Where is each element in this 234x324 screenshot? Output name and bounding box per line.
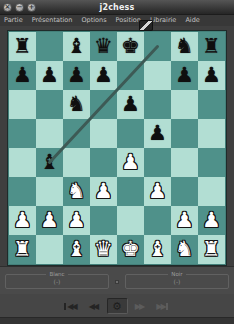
square-e3[interactable] xyxy=(117,177,144,206)
menu-bar: PartiePrésentationOptionsPositionLibrair… xyxy=(0,15,234,26)
square-f5[interactable]: ♟ xyxy=(144,119,171,148)
square-e1[interactable]: ♚ xyxy=(117,235,144,264)
black-pawn: ♟ xyxy=(175,61,194,90)
square-c2[interactable]: ♟ xyxy=(63,206,90,235)
square-f3[interactable]: ♟ xyxy=(144,177,171,206)
square-g8[interactable]: ♞ xyxy=(171,32,198,61)
black-bishop: ♝ xyxy=(40,148,59,177)
black-knight: ♞ xyxy=(67,90,86,119)
square-h8[interactable]: ♜ xyxy=(198,32,225,61)
white-queen: ♛ xyxy=(94,235,113,264)
square-f4[interactable] xyxy=(144,148,171,177)
square-g6[interactable] xyxy=(171,90,198,119)
square-b6[interactable] xyxy=(36,90,63,119)
white-pawn: ♟ xyxy=(13,206,32,235)
menu-position[interactable]: Position xyxy=(116,15,141,26)
white-knight: ♞ xyxy=(67,177,86,206)
square-b7[interactable]: ♟ xyxy=(36,61,63,90)
square-f6[interactable] xyxy=(144,90,171,119)
square-h4[interactable] xyxy=(198,148,225,177)
square-b3[interactable] xyxy=(36,177,63,206)
square-g2[interactable]: ♟ xyxy=(171,206,198,235)
square-e7[interactable] xyxy=(117,61,144,90)
rewind-icon: ◀◀ xyxy=(89,302,97,311)
white-bishop: ♝ xyxy=(67,235,86,264)
panel-separator-dot xyxy=(115,280,119,284)
square-e2[interactable] xyxy=(117,206,144,235)
square-e6[interactable]: ♟ xyxy=(117,90,144,119)
square-e5[interactable] xyxy=(117,119,144,148)
black-pawn: ♟ xyxy=(13,61,32,90)
square-c8[interactable]: ♝ xyxy=(63,32,90,61)
menu-options[interactable]: Options xyxy=(81,15,106,26)
square-h1[interactable]: ♜ xyxy=(198,235,225,264)
black-pawn: ♟ xyxy=(148,119,167,148)
square-d1[interactable]: ♛ xyxy=(90,235,117,264)
white-pawn: ♟ xyxy=(94,177,113,206)
black-rook: ♜ xyxy=(13,32,32,61)
white-rook: ♜ xyxy=(13,235,32,264)
square-a2[interactable]: ♟ xyxy=(9,206,36,235)
square-g5[interactable] xyxy=(171,119,198,148)
board-frame: ♜♝♛♚♞♜♟♟♟♟♟♟♞♟♟♝♟♞♟♟♟♟♟♟♟♜♝♛♚♝♞♜ xyxy=(7,30,227,266)
black-queen: ♛ xyxy=(94,32,113,61)
white-rook: ♜ xyxy=(202,235,221,264)
engine-button[interactable]: ⚙ xyxy=(107,298,128,314)
square-b8[interactable] xyxy=(36,32,63,61)
title-bar: ×−+ j2chess xyxy=(0,0,234,15)
white-pawn: ♟ xyxy=(148,177,167,206)
menu-aide[interactable]: Aide xyxy=(185,15,199,26)
square-b4[interactable]: ♝ xyxy=(36,148,63,177)
skip-to-end-icon: ▶▶ xyxy=(156,302,167,311)
square-a3[interactable] xyxy=(9,177,36,206)
square-a5[interactable] xyxy=(9,119,36,148)
app-window: ×−+ j2chess PartiePrésentationOptionsPos… xyxy=(0,0,234,324)
black-king: ♚ xyxy=(121,32,140,61)
square-c7[interactable]: ♟ xyxy=(63,61,90,90)
black-knight: ♞ xyxy=(175,32,194,61)
square-h7[interactable]: ♟ xyxy=(198,61,225,90)
close-button[interactable]: × xyxy=(3,3,12,12)
status-strip xyxy=(0,317,234,324)
black-pawn: ♟ xyxy=(94,61,113,90)
gear-icon: ⚙ xyxy=(112,300,122,313)
white-player-value: (-) xyxy=(54,278,61,285)
square-g3[interactable] xyxy=(171,177,198,206)
black-player-value: (-) xyxy=(174,278,181,285)
black-pawn: ♟ xyxy=(67,61,86,90)
square-h5[interactable] xyxy=(198,119,225,148)
black-pawn: ♟ xyxy=(202,61,221,90)
square-g7[interactable]: ♟ xyxy=(171,61,198,90)
square-b1[interactable] xyxy=(36,235,63,264)
black-rook: ♜ xyxy=(202,32,221,61)
black-bishop: ♝ xyxy=(67,32,86,61)
square-d6[interactable] xyxy=(90,90,117,119)
square-d3[interactable]: ♟ xyxy=(90,177,117,206)
white-player-label: Blanc xyxy=(6,271,108,278)
minimize-button[interactable]: − xyxy=(15,3,24,12)
white-player-field[interactable]: Blanc (-) xyxy=(5,274,109,289)
status-icon xyxy=(139,20,153,31)
square-d8[interactable]: ♛ xyxy=(90,32,117,61)
menu-partie[interactable]: Partie xyxy=(4,15,23,26)
white-pawn: ♟ xyxy=(67,206,86,235)
players-panel: Blanc (-) Noir (-) xyxy=(0,266,234,295)
white-knight: ♞ xyxy=(175,235,194,264)
square-a6[interactable] xyxy=(9,90,36,119)
square-d4[interactable] xyxy=(90,148,117,177)
square-a7[interactable]: ♟ xyxy=(9,61,36,90)
square-d5[interactable] xyxy=(90,119,117,148)
square-a4[interactable] xyxy=(9,148,36,177)
go-last-button[interactable]: ▶▶ xyxy=(153,298,174,314)
square-e4[interactable]: ♟ xyxy=(117,148,144,177)
go-forward-button[interactable]: ▶▶ xyxy=(130,298,151,314)
square-h3[interactable] xyxy=(198,177,225,206)
window-controls: ×−+ xyxy=(3,3,36,12)
menu-presentation[interactable]: Présentation xyxy=(32,15,73,26)
square-g4[interactable] xyxy=(171,148,198,177)
black-player-label: Noir xyxy=(126,271,228,278)
white-pawn: ♟ xyxy=(202,206,221,235)
square-b5[interactable] xyxy=(36,119,63,148)
square-f7[interactable] xyxy=(144,61,171,90)
square-c4[interactable] xyxy=(63,148,90,177)
square-f8[interactable] xyxy=(144,32,171,61)
skip-to-start-icon: ◀◀ xyxy=(64,302,75,311)
playback-toolbar: ◀◀◀◀⚙▶▶▶▶ xyxy=(0,294,234,318)
square-f2[interactable] xyxy=(144,206,171,235)
square-c5[interactable] xyxy=(63,119,90,148)
white-pawn: ♟ xyxy=(121,148,140,177)
square-c1[interactable]: ♝ xyxy=(63,235,90,264)
square-h2[interactable]: ♟ xyxy=(198,206,225,235)
black-player-field[interactable]: Noir (-) xyxy=(125,274,229,289)
white-pawn: ♟ xyxy=(40,206,59,235)
square-f1[interactable]: ♝ xyxy=(144,235,171,264)
square-a8[interactable]: ♜ xyxy=(9,32,36,61)
black-pawn: ♟ xyxy=(40,61,59,90)
square-a1[interactable]: ♜ xyxy=(9,235,36,264)
white-pawn: ♟ xyxy=(175,206,194,235)
go-first-button[interactable]: ◀◀ xyxy=(61,298,82,314)
chess-board: ♜♝♛♚♞♜♟♟♟♟♟♟♞♟♟♝♟♞♟♟♟♟♟♟♟♜♝♛♚♝♞♜ xyxy=(9,32,225,264)
square-c3[interactable]: ♞ xyxy=(63,177,90,206)
white-bishop: ♝ xyxy=(148,235,167,264)
square-h6[interactable] xyxy=(198,90,225,119)
fast-forward-icon: ▶▶ xyxy=(135,302,143,311)
square-c6[interactable]: ♞ xyxy=(63,90,90,119)
square-d2[interactable] xyxy=(90,206,117,235)
go-back-button[interactable]: ◀◀ xyxy=(84,298,105,314)
menu-librairie[interactable]: Librairie xyxy=(150,15,177,26)
black-pawn: ♟ xyxy=(121,90,140,119)
square-e8[interactable]: ♚ xyxy=(117,32,144,61)
square-d7[interactable]: ♟ xyxy=(90,61,117,90)
maximize-button[interactable]: + xyxy=(27,3,36,12)
square-g1[interactable]: ♞ xyxy=(171,235,198,264)
square-b2[interactable]: ♟ xyxy=(36,206,63,235)
white-king: ♚ xyxy=(121,235,140,264)
